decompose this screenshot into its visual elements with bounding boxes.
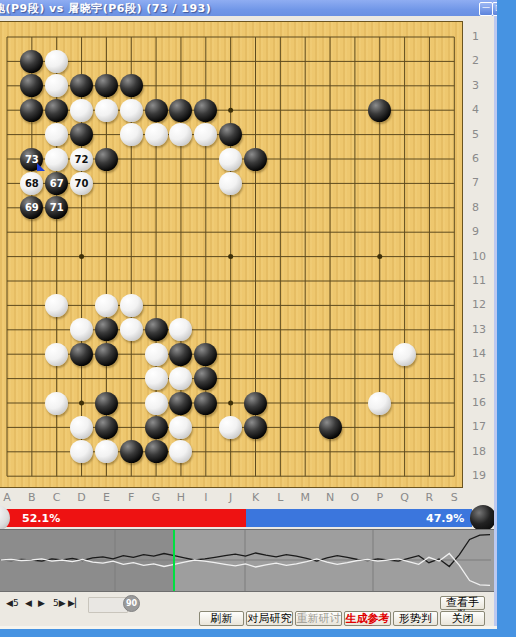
stone-white-Q14: [393, 343, 416, 366]
stone-white-G5: [145, 123, 168, 146]
row-label-16: 16: [472, 396, 486, 409]
black-winrate-value: 47.9%: [426, 512, 464, 525]
column-coordinates: ABCDEFGHIJKLMNOPQRS: [0, 488, 497, 508]
stone-white-J17: [219, 416, 242, 439]
stone-black-F18: [120, 440, 143, 463]
row-label-1: 1: [472, 30, 479, 43]
stone-black-I4: [194, 99, 217, 122]
stone-black-E17: [95, 416, 118, 439]
stone-black-D14: [70, 343, 93, 366]
stone-black-C7: 67: [45, 172, 68, 195]
col-label-S: S: [451, 491, 458, 504]
app-window: 鲍(P9段) vs 屠晓宇(P6段) (73 / 193) — □ ✕ 7372…: [0, 0, 516, 637]
winrate-graph[interactable]: [0, 529, 495, 592]
stone-white-F4: [120, 99, 143, 122]
go-board[interactable]: 73726867706971: [0, 21, 463, 488]
row-label-6: 6: [472, 152, 479, 165]
row-label-13: 13: [472, 322, 486, 335]
title-bar[interactable]: 鲍(P9段) vs 屠晓宇(P6段) (73 / 193) — □ ✕: [0, 0, 516, 16]
nav-back1-button[interactable]: ◀: [25, 598, 32, 608]
go-to-move-badge[interactable]: 90: [123, 595, 140, 612]
col-label-K: K: [252, 491, 259, 504]
row-label-3: 3: [472, 78, 479, 91]
stone-white-G16: [145, 392, 168, 415]
row-coordinates: 12345678910111213141516171819: [463, 21, 497, 488]
row-label-10: 10: [472, 249, 486, 262]
col-label-Q: Q: [400, 491, 409, 504]
stone-black-G13: [145, 318, 168, 341]
col-label-O: O: [351, 491, 360, 504]
stone-white-J6: [219, 148, 242, 171]
move-navigation: ◀5◀▶5▶▶▏ 90: [0, 595, 497, 611]
stone-white-E12: [95, 294, 118, 317]
stone-black-N17: [319, 416, 342, 439]
stone-white-P16: [368, 392, 391, 415]
stone-white-F12: [120, 294, 143, 317]
nav-back5-button[interactable]: ◀5: [6, 598, 19, 608]
stone-black-H16: [169, 392, 192, 415]
stone-black-B8: 69: [20, 196, 43, 219]
stone-white-E4: [95, 99, 118, 122]
col-label-H: H: [177, 491, 185, 504]
stone-white-D17: [70, 416, 93, 439]
black-stone-icon: [470, 505, 496, 531]
game-research-button[interactable]: 对局研究: [246, 611, 293, 626]
col-label-D: D: [77, 491, 85, 504]
stone-white-F5: [120, 123, 143, 146]
row-label-5: 5: [472, 127, 479, 140]
nav-fwd5-button[interactable]: 5▶: [53, 598, 66, 608]
row-label-15: 15: [472, 371, 486, 384]
re-research-button: 重新研讨: [295, 611, 342, 626]
stone-black-C4: [45, 99, 68, 122]
stone-white-C14: [45, 343, 68, 366]
col-label-C: C: [53, 491, 61, 504]
stone-black-H4: [169, 99, 192, 122]
col-label-G: G: [152, 491, 161, 504]
row-label-8: 8: [472, 200, 479, 213]
col-label-A: A: [3, 491, 11, 504]
window-bottom-border: [0, 629, 516, 637]
col-label-E: E: [103, 491, 110, 504]
nav-fwd1-button[interactable]: ▶: [38, 598, 45, 608]
stone-black-P4: [368, 99, 391, 122]
stone-black-B4: [20, 99, 43, 122]
col-label-J: J: [229, 491, 232, 504]
row-label-18: 18: [472, 444, 486, 457]
row-label-12: 12: [472, 298, 486, 311]
row-label-2: 2: [472, 54, 479, 67]
col-label-L: L: [277, 491, 283, 504]
winrate-bar: 52.1% 47.9%: [0, 508, 497, 528]
row-label-14: 14: [472, 347, 486, 360]
window-right-border: [497, 0, 516, 637]
minimize-icon[interactable]: —: [479, 2, 493, 16]
col-label-P: P: [376, 491, 383, 504]
white-winrate-value: 52.1%: [22, 512, 60, 525]
col-label-N: N: [326, 491, 334, 504]
last-move-marker-icon: [37, 163, 45, 171]
stone-black-K17: [244, 416, 267, 439]
stone-black-K6: [244, 148, 267, 171]
col-label-B: B: [28, 491, 36, 504]
stone-black-G4: [145, 99, 168, 122]
stone-black-E14: [95, 343, 118, 366]
stone-black-F3: [120, 74, 143, 97]
stone-black-K16: [244, 392, 267, 415]
stone-black-E16: [95, 392, 118, 415]
stone-white-C12: [45, 294, 68, 317]
row-label-7: 7: [472, 176, 479, 189]
row-label-9: 9: [472, 225, 479, 238]
nav-end-button[interactable]: ▶▏: [68, 598, 82, 608]
position-judge-button[interactable]: 形势判断: [393, 611, 438, 626]
stone-white-G14: [145, 343, 168, 366]
stone-white-C16: [45, 392, 68, 415]
stone-white-B7: 68: [20, 172, 43, 195]
stone-black-H14: [169, 343, 192, 366]
generate-reference-button[interactable]: 生成参考图: [344, 611, 391, 626]
stone-white-D7: 70: [70, 172, 93, 195]
col-label-F: F: [128, 491, 134, 504]
row-label-11: 11: [472, 274, 486, 287]
stone-black-E6: [95, 148, 118, 171]
row-label-4: 4: [472, 103, 479, 116]
col-label-R: R: [426, 491, 434, 504]
stone-white-J7: [219, 172, 242, 195]
stone-black-I14: [194, 343, 217, 366]
move-number-input[interactable]: [88, 597, 128, 613]
refresh-button[interactable]: 刷新: [199, 611, 244, 626]
stone-white-D6: 72: [70, 148, 93, 171]
stone-black-C8: 71: [45, 196, 68, 219]
close-button[interactable]: 关闭: [440, 611, 485, 626]
col-label-I: I: [204, 491, 207, 504]
stone-white-C6: [45, 148, 68, 171]
view-move-numbers-button[interactable]: 查看手数: [440, 596, 485, 610]
stone-black-D5: [70, 123, 93, 146]
window-title: 鲍(P9段) vs 屠晓宇(P6段) (73 / 193): [0, 1, 211, 16]
winrate-graph-plot: [0, 530, 493, 591]
stone-white-F13: [120, 318, 143, 341]
stone-white-C2: [45, 50, 68, 73]
stone-white-D4: [70, 99, 93, 122]
col-label-M: M: [300, 491, 310, 504]
stone-white-G15: [145, 367, 168, 390]
stone-black-G18: [145, 440, 168, 463]
row-label-17: 17: [472, 420, 486, 433]
stone-black-G17: [145, 416, 168, 439]
row-label-19: 19: [472, 469, 486, 482]
stone-black-I16: [194, 392, 217, 415]
